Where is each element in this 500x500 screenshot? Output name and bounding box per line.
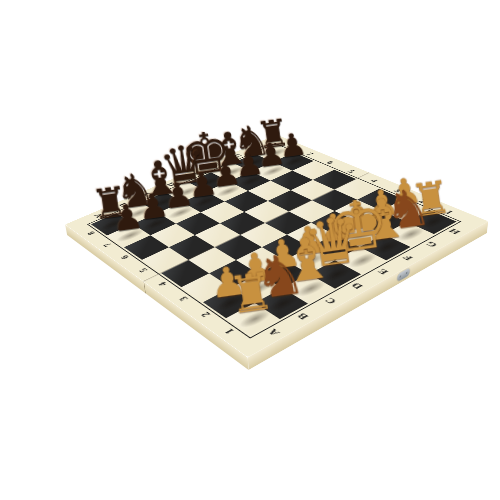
pieces-layer: ♜♟♞♟♝♟♚♟♛♟♝♟♟♞♜♟♟♜♞♟♟♝♟♚♟♛♟♝♟♞♟♜ (91, 144, 457, 335)
scene-wrapper: ABCDEFGH ABCDEFGH 87654321 87654321 ♜♟♞♟… (0, 0, 500, 500)
product-photo: ABCDEFGH ABCDEFGH 87654321 87654321 ♜♟♞♟… (0, 0, 500, 500)
perspective-wrapper: ABCDEFGH ABCDEFGH 87654321 87654321 ♜♟♞♟… (0, 0, 500, 500)
chess-board: ABCDEFGH ABCDEFGH 87654321 87654321 ♜♟♞♟… (65, 135, 488, 358)
